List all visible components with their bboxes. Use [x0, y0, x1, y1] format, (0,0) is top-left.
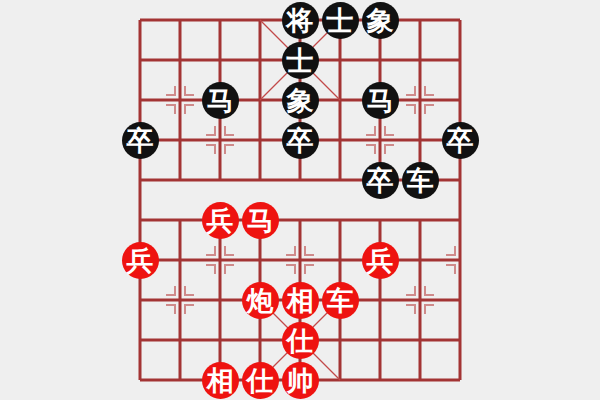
xiangqi-app: 将士象士马象马卒卒卒卒车兵马兵兵炮相车仕相仕帅: [0, 0, 600, 400]
piece-red-pawn[interactable]: 兵: [202, 202, 239, 239]
piece-red-pawn[interactable]: 兵: [122, 242, 159, 279]
piece-black-pawn[interactable]: 卒: [362, 162, 399, 199]
piece-black-chariot[interactable]: 车: [402, 162, 439, 199]
piece-black-elephant[interactable]: 象: [362, 2, 399, 39]
piece-red-general[interactable]: 帅: [282, 362, 319, 399]
piece-black-elephant[interactable]: 象: [282, 82, 319, 119]
piece-black-horse[interactable]: 马: [202, 82, 239, 119]
xiangqi-board: 将士象士马象马卒卒卒卒车兵马兵兵炮相车仕相仕帅: [120, 0, 480, 400]
piece-red-pawn[interactable]: 兵: [362, 242, 399, 279]
piece-black-pawn[interactable]: 卒: [442, 122, 479, 159]
piece-red-advisor[interactable]: 仕: [282, 322, 319, 359]
piece-red-elephant[interactable]: 相: [282, 282, 319, 319]
piece-black-advisor[interactable]: 士: [322, 2, 359, 39]
piece-red-horse[interactable]: 马: [242, 202, 279, 239]
piece-black-advisor[interactable]: 士: [282, 42, 319, 79]
piece-red-chariot[interactable]: 车: [322, 282, 359, 319]
piece-red-cannon[interactable]: 炮: [242, 282, 279, 319]
piece-black-general[interactable]: 将: [282, 2, 319, 39]
piece-black-horse[interactable]: 马: [362, 82, 399, 119]
piece-red-advisor[interactable]: 仕: [242, 362, 279, 399]
piece-black-pawn[interactable]: 卒: [282, 122, 319, 159]
piece-red-elephant[interactable]: 相: [202, 362, 239, 399]
piece-black-pawn[interactable]: 卒: [122, 122, 159, 159]
